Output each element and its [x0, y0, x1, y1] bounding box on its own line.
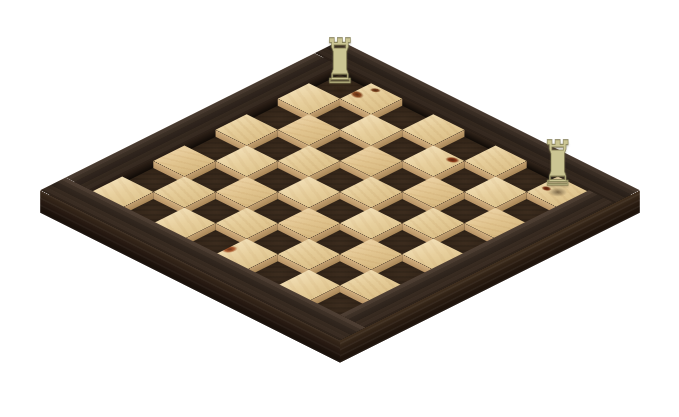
- board-grid: ♜♜: [91, 74, 589, 323]
- page-background: ♜♜: [0, 0, 679, 417]
- chessboard: ♜♜: [40, 49, 640, 349]
- white-rook-h8[interactable]: ♜: [323, 31, 356, 93]
- white-rook-h1[interactable]: ♜: [541, 133, 574, 195]
